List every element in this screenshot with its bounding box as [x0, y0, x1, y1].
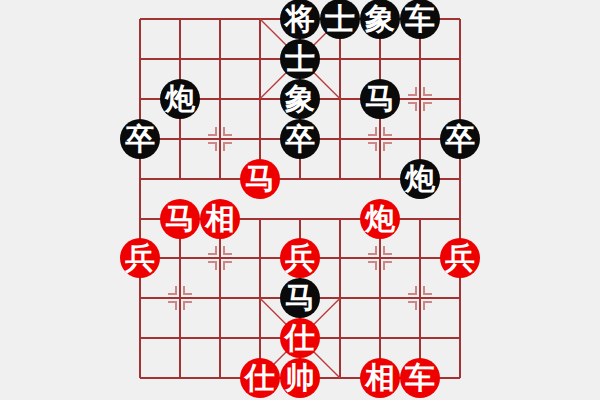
star-point-mark: [184, 302, 192, 310]
star-point-mark: [208, 246, 216, 254]
piece-black-soldier[interactable]: 卒: [280, 119, 320, 159]
star-point-mark: [368, 246, 376, 254]
star-point-mark: [384, 127, 392, 135]
piece-black-soldier[interactable]: 卒: [120, 119, 160, 159]
star-point-mark: [408, 286, 416, 294]
piece-red-horse[interactable]: 马: [240, 159, 280, 199]
star-point-mark: [384, 262, 392, 270]
app-canvas: 将士象车士炮象马卒卒卒马炮马相炮兵兵兵马仕仕帅相车: [0, 0, 600, 400]
star-point-mark: [168, 302, 176, 310]
piece-red-general[interactable]: 帅: [280, 358, 320, 398]
piece-black-soldier[interactable]: 卒: [440, 119, 480, 159]
piece-black-advisor[interactable]: 士: [320, 0, 360, 39]
piece-black-elephant[interactable]: 象: [360, 0, 400, 39]
star-point-mark: [368, 127, 376, 135]
piece-red-elephant[interactable]: 相: [200, 199, 240, 239]
star-point-mark: [384, 246, 392, 254]
star-point-mark: [208, 127, 216, 135]
xiangqi-board[interactable]: 将士象车士炮象马卒卒卒马炮马相炮兵兵兵马仕仕帅相车: [0, 0, 600, 400]
star-point-mark: [224, 143, 232, 151]
piece-black-advisor[interactable]: 士: [280, 39, 320, 79]
piece-black-elephant[interactable]: 象: [280, 79, 320, 119]
star-point-mark: [224, 246, 232, 254]
piece-red-elephant[interactable]: 相: [360, 358, 400, 398]
piece-black-general[interactable]: 将: [280, 0, 320, 39]
piece-red-soldier[interactable]: 兵: [120, 238, 160, 278]
star-point-mark: [424, 87, 432, 95]
star-point-mark: [368, 143, 376, 151]
piece-red-chariot[interactable]: 车: [400, 358, 440, 398]
star-point-mark: [208, 143, 216, 151]
star-point-mark: [224, 127, 232, 135]
star-point-mark: [208, 262, 216, 270]
star-point-mark: [384, 143, 392, 151]
star-point-mark: [408, 103, 416, 111]
star-point-mark: [184, 286, 192, 294]
piece-red-soldier[interactable]: 兵: [280, 238, 320, 278]
piece-red-cannon[interactable]: 炮: [360, 199, 400, 239]
piece-red-soldier[interactable]: 兵: [440, 238, 480, 278]
star-point-mark: [424, 103, 432, 111]
star-point-mark: [408, 87, 416, 95]
piece-black-cannon[interactable]: 炮: [400, 159, 440, 199]
star-point-mark: [224, 262, 232, 270]
star-point-mark: [408, 302, 416, 310]
star-point-mark: [424, 286, 432, 294]
piece-red-horse[interactable]: 马: [160, 199, 200, 239]
piece-black-chariot[interactable]: 车: [400, 0, 440, 39]
star-point-mark: [424, 302, 432, 310]
star-point-mark: [168, 286, 176, 294]
star-point-mark: [368, 262, 376, 270]
piece-red-advisor[interactable]: 仕: [240, 358, 280, 398]
piece-black-horse[interactable]: 马: [280, 278, 320, 318]
piece-black-horse[interactable]: 马: [360, 79, 400, 119]
piece-black-cannon[interactable]: 炮: [160, 79, 200, 119]
piece-red-advisor[interactable]: 仕: [280, 318, 320, 358]
